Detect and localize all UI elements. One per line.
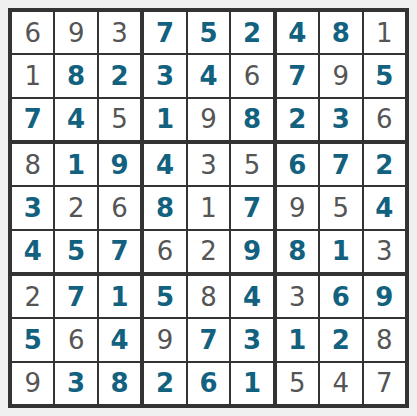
sudoku-cell-r7c7[interactable]: 3 [277, 276, 318, 317]
sudoku-cell-r4c1[interactable]: 8 [12, 144, 53, 185]
sudoku-cell-r1c9[interactable]: 1 [364, 12, 405, 53]
sudoku-cell-r8c1[interactable]: 5 [12, 319, 53, 360]
sudoku-cell-r8c6[interactable]: 3 [231, 319, 272, 360]
sudoku-box-r2c3: 672954813 [277, 144, 405, 272]
sudoku-cell-r5c2[interactable]: 2 [55, 187, 96, 228]
sudoku-cell-r1c8[interactable]: 8 [320, 12, 361, 53]
sudoku-cell-r4c6[interactable]: 5 [231, 144, 272, 185]
sudoku-cell-r1c5[interactable]: 5 [188, 12, 229, 53]
sudoku-cell-r7c1[interactable]: 2 [12, 276, 53, 317]
sudoku-cell-r3c2[interactable]: 4 [55, 99, 96, 140]
sudoku-cell-r5c1[interactable]: 3 [12, 187, 53, 228]
sudoku-cell-r1c4[interactable]: 7 [144, 12, 185, 53]
sudoku-cell-r2c1[interactable]: 1 [12, 55, 53, 96]
sudoku-cell-r2c6[interactable]: 6 [231, 55, 272, 96]
sudoku-cell-r5c6[interactable]: 7 [231, 187, 272, 228]
sudoku-cell-r9c9[interactable]: 7 [364, 363, 405, 404]
sudoku-cell-r3c9[interactable]: 6 [364, 99, 405, 140]
sudoku-cell-r3c8[interactable]: 3 [320, 99, 361, 140]
sudoku-cell-r6c8[interactable]: 1 [320, 231, 361, 272]
sudoku-cell-r6c4[interactable]: 6 [144, 231, 185, 272]
sudoku-cell-r1c6[interactable]: 2 [231, 12, 272, 53]
sudoku-cell-r3c7[interactable]: 2 [277, 99, 318, 140]
sudoku-cell-r9c4[interactable]: 2 [144, 363, 185, 404]
sudoku-cell-r9c3[interactable]: 8 [99, 363, 140, 404]
sudoku-cell-r4c9[interactable]: 2 [364, 144, 405, 185]
sudoku-box-r3c3: 369128547 [277, 276, 405, 404]
sudoku-cell-r6c2[interactable]: 5 [55, 231, 96, 272]
sudoku-cell-r6c1[interactable]: 4 [12, 231, 53, 272]
sudoku-cell-r8c7[interactable]: 1 [277, 319, 318, 360]
sudoku-frame: 6931827457523461984817952368193264574358… [0, 0, 417, 416]
sudoku-cell-r6c3[interactable]: 7 [99, 231, 140, 272]
sudoku-cell-r2c3[interactable]: 2 [99, 55, 140, 96]
sudoku-box-r1c3: 481795236 [277, 12, 405, 140]
sudoku-cell-r2c8[interactable]: 9 [320, 55, 361, 96]
sudoku-cell-r9c6[interactable]: 1 [231, 363, 272, 404]
sudoku-cell-r4c3[interactable]: 9 [99, 144, 140, 185]
sudoku-cell-r9c7[interactable]: 5 [277, 363, 318, 404]
sudoku-cell-r9c1[interactable]: 9 [12, 363, 53, 404]
sudoku-cell-r5c7[interactable]: 9 [277, 187, 318, 228]
sudoku-cell-r7c6[interactable]: 4 [231, 276, 272, 317]
sudoku-cell-r6c9[interactable]: 3 [364, 231, 405, 272]
sudoku-board: 6931827457523461984817952368193264574358… [8, 8, 409, 408]
sudoku-box-r3c1: 271564938 [12, 276, 140, 404]
sudoku-cell-r8c5[interactable]: 7 [188, 319, 229, 360]
sudoku-box-r1c2: 752346198 [144, 12, 272, 140]
sudoku-cell-r3c3[interactable]: 5 [99, 99, 140, 140]
sudoku-cell-r4c4[interactable]: 4 [144, 144, 185, 185]
sudoku-cell-r1c1[interactable]: 6 [12, 12, 53, 53]
sudoku-cell-r3c1[interactable]: 7 [12, 99, 53, 140]
sudoku-box-r1c1: 693182745 [12, 12, 140, 140]
sudoku-cell-r2c9[interactable]: 5 [364, 55, 405, 96]
sudoku-cell-r5c9[interactable]: 4 [364, 187, 405, 228]
sudoku-cell-r9c2[interactable]: 3 [55, 363, 96, 404]
sudoku-cell-r6c5[interactable]: 2 [188, 231, 229, 272]
sudoku-cell-r1c3[interactable]: 3 [99, 12, 140, 53]
sudoku-cell-r5c8[interactable]: 5 [320, 187, 361, 228]
sudoku-cell-r5c4[interactable]: 8 [144, 187, 185, 228]
sudoku-box-r2c2: 435817629 [144, 144, 272, 272]
sudoku-cell-r2c5[interactable]: 4 [188, 55, 229, 96]
sudoku-cell-r5c5[interactable]: 1 [188, 187, 229, 228]
sudoku-cell-r3c4[interactable]: 1 [144, 99, 185, 140]
sudoku-cell-r1c7[interactable]: 4 [277, 12, 318, 53]
sudoku-cell-r3c5[interactable]: 9 [188, 99, 229, 140]
sudoku-cell-r7c5[interactable]: 8 [188, 276, 229, 317]
sudoku-cell-r3c6[interactable]: 8 [231, 99, 272, 140]
sudoku-cell-r7c8[interactable]: 6 [320, 276, 361, 317]
sudoku-cell-r9c5[interactable]: 6 [188, 363, 229, 404]
sudoku-cell-r7c9[interactable]: 9 [364, 276, 405, 317]
sudoku-cell-r2c2[interactable]: 8 [55, 55, 96, 96]
sudoku-cell-r1c2[interactable]: 9 [55, 12, 96, 53]
sudoku-cell-r8c2[interactable]: 6 [55, 319, 96, 360]
sudoku-cell-r8c9[interactable]: 8 [364, 319, 405, 360]
sudoku-cell-r4c7[interactable]: 6 [277, 144, 318, 185]
sudoku-cell-r9c8[interactable]: 4 [320, 363, 361, 404]
sudoku-cell-r6c6[interactable]: 9 [231, 231, 272, 272]
sudoku-cell-r2c7[interactable]: 7 [277, 55, 318, 96]
sudoku-cell-r7c2[interactable]: 7 [55, 276, 96, 317]
sudoku-cell-r4c8[interactable]: 7 [320, 144, 361, 185]
sudoku-cell-r8c4[interactable]: 9 [144, 319, 185, 360]
sudoku-box-r3c2: 584973261 [144, 276, 272, 404]
sudoku-cell-r7c3[interactable]: 1 [99, 276, 140, 317]
sudoku-cell-r7c4[interactable]: 5 [144, 276, 185, 317]
sudoku-cell-r2c4[interactable]: 3 [144, 55, 185, 96]
sudoku-cell-r6c7[interactable]: 8 [277, 231, 318, 272]
sudoku-cell-r5c3[interactable]: 6 [99, 187, 140, 228]
sudoku-box-r2c1: 819326457 [12, 144, 140, 272]
sudoku-cell-r8c8[interactable]: 2 [320, 319, 361, 360]
sudoku-cell-r8c3[interactable]: 4 [99, 319, 140, 360]
sudoku-cell-r4c5[interactable]: 3 [188, 144, 229, 185]
sudoku-cell-r4c2[interactable]: 1 [55, 144, 96, 185]
